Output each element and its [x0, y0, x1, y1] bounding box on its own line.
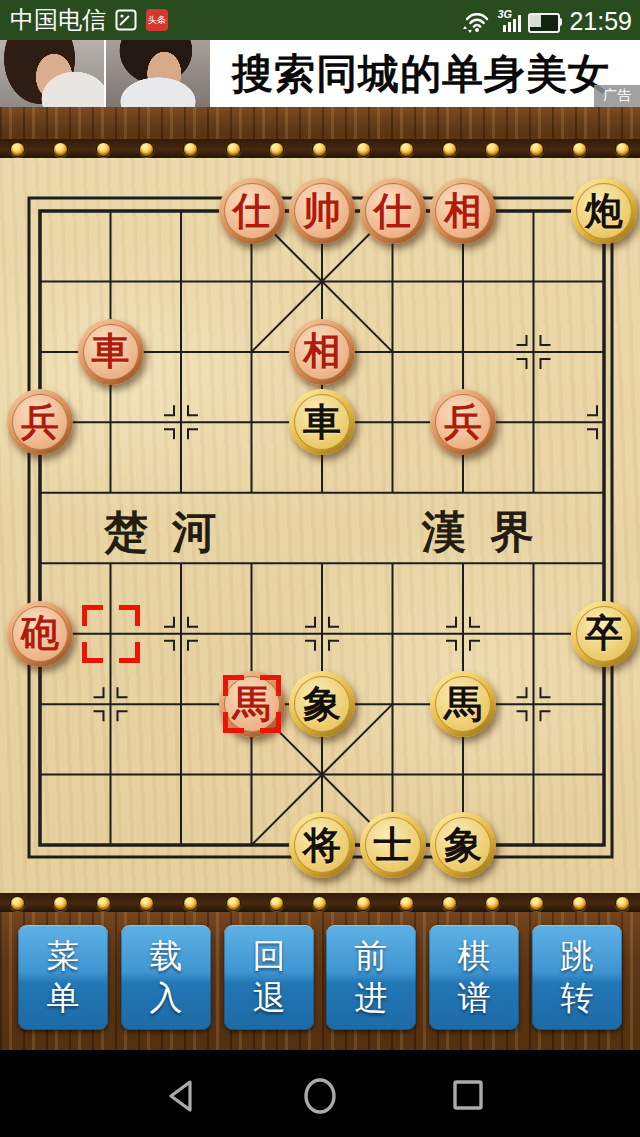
load-button[interactable]: 载入 [121, 925, 211, 1030]
river-label-left: 楚河 [104, 503, 240, 562]
piece-red-cannon[interactable]: 砲 [7, 601, 73, 667]
piece-black-chariot[interactable]: 車 [289, 389, 355, 455]
gold-stud [572, 896, 587, 911]
piece-char: 馬 [219, 671, 285, 737]
back-icon[interactable] [165, 1078, 195, 1114]
piece-black-general[interactable]: 将 [289, 812, 355, 878]
piece-black-horse[interactable]: 馬 [430, 671, 496, 737]
undo-button[interactable]: 回退 [224, 925, 314, 1030]
gold-stud [226, 142, 241, 157]
piece-char: 相 [430, 178, 496, 244]
piece-char: 炮 [571, 178, 637, 244]
piece-black-soldier[interactable]: 卒 [571, 601, 637, 667]
gold-stud [356, 142, 371, 157]
piece-char: 象 [289, 671, 355, 737]
piece-red-advisor[interactable]: 仕 [360, 178, 426, 244]
gold-stud [442, 142, 457, 157]
menu-button[interactable]: 菜单 [18, 925, 108, 1030]
piece-black-elephant[interactable]: 象 [430, 812, 496, 878]
gold-stud [183, 896, 198, 911]
piece-char: 砲 [7, 601, 73, 667]
piece-red-elephant[interactable]: 相 [289, 319, 355, 385]
piece-red-elephant[interactable]: 相 [430, 178, 496, 244]
piece-char: 相 [289, 319, 355, 385]
home-icon[interactable] [303, 1078, 337, 1116]
piece-black-cannon[interactable]: 炮 [571, 178, 637, 244]
gold-stud [615, 896, 630, 911]
gold-stud [312, 896, 327, 911]
piece-char: 馬 [430, 671, 496, 737]
gold-stud [10, 142, 25, 157]
gold-stud [96, 896, 111, 911]
gold-stud [529, 142, 544, 157]
piece-red-advisor[interactable]: 仕 [219, 178, 285, 244]
record-button[interactable]: 棋谱 [429, 925, 519, 1030]
piece-char: 兵 [430, 389, 496, 455]
piece-char: 卒 [571, 601, 637, 667]
piece-red-soldier[interactable]: 兵 [430, 389, 496, 455]
gold-stud [96, 142, 111, 157]
piece-char: 仕 [360, 178, 426, 244]
gold-stud [356, 896, 371, 911]
piece-char: 兵 [7, 389, 73, 455]
recents-icon[interactable] [452, 1078, 484, 1112]
jump-button[interactable]: 跳转 [532, 925, 622, 1030]
gold-stud [269, 896, 284, 911]
gold-stud [442, 896, 457, 911]
piece-char: 車 [78, 319, 144, 385]
gold-stud [529, 896, 544, 911]
piece-char: 象 [430, 812, 496, 878]
gold-stud [485, 142, 500, 157]
gold-stud [53, 896, 68, 911]
gold-stud [572, 142, 587, 157]
piece-red-chariot[interactable]: 車 [78, 319, 144, 385]
gold-stud [615, 142, 630, 157]
river-label-right: 漢界 [422, 503, 558, 562]
gold-stud [485, 896, 500, 911]
forward-button[interactable]: 前进 [326, 925, 416, 1030]
gold-stud [10, 896, 25, 911]
piece-red-general[interactable]: 帅 [289, 178, 355, 244]
piece-black-advisor[interactable]: 士 [360, 812, 426, 878]
gold-stud [269, 142, 284, 157]
piece-red-horse[interactable]: 馬 [219, 671, 285, 737]
piece-char: 仕 [219, 178, 285, 244]
gold-stud [399, 896, 414, 911]
piece-char: 車 [289, 389, 355, 455]
gold-stud [226, 896, 241, 911]
gold-stud [399, 142, 414, 157]
gold-stud [53, 142, 68, 157]
gold-stud [139, 142, 154, 157]
gold-stud [183, 142, 198, 157]
piece-char: 士 [360, 812, 426, 878]
gold-stud [139, 896, 154, 911]
piece-red-soldier[interactable]: 兵 [7, 389, 73, 455]
piece-black-elephant[interactable]: 象 [289, 671, 355, 737]
app-screen: 中国电信 头条 3G 21:5 [0, 0, 640, 1137]
gold-stud [312, 142, 327, 157]
piece-char: 帅 [289, 178, 355, 244]
piece-char: 将 [289, 812, 355, 878]
android-nav-bar [0, 1050, 640, 1137]
